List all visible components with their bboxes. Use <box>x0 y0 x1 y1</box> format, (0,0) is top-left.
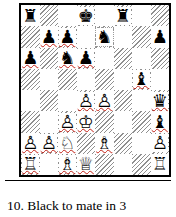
square-b1 <box>40 154 59 175</box>
square-e6 <box>95 48 114 69</box>
black-pawn-b7: ♟ <box>40 28 57 46</box>
square-f7 <box>114 26 133 47</box>
square-a8: ♜ <box>21 5 40 26</box>
square-c3: ♙ <box>58 111 77 132</box>
square-h5 <box>151 69 170 90</box>
square-g3 <box>132 111 151 132</box>
square-d7 <box>77 26 96 47</box>
square-d5 <box>77 69 96 90</box>
square-b8 <box>40 5 59 26</box>
white-pawn-h2: ♙ <box>151 134 168 152</box>
white-bishop-c1: ♗ <box>59 155 76 173</box>
square-b4 <box>40 90 59 111</box>
square-g5: ♝ <box>132 69 151 90</box>
square-c4 <box>58 90 77 111</box>
black-rook-a8: ♜ <box>22 7 39 25</box>
square-d2 <box>77 133 96 154</box>
square-g2 <box>132 133 151 154</box>
square-e2: ♗ <box>95 133 114 154</box>
square-g7 <box>132 26 151 47</box>
square-c6: ♞ <box>58 48 77 69</box>
square-d8: ♚ <box>77 5 96 26</box>
square-h7: ♟ <box>151 26 170 47</box>
square-f5 <box>114 69 133 90</box>
black-rook-f8: ♜ <box>114 7 131 25</box>
black-bishop-h3: ♝ <box>151 113 168 131</box>
white-king-d3: ♔ <box>77 113 94 131</box>
square-d3: ♔ <box>77 111 96 132</box>
square-h3: ♝ <box>151 111 170 132</box>
square-a7 <box>21 26 40 47</box>
black-pawn-h7: ♟ <box>151 28 168 46</box>
black-knight-c6: ♞ <box>59 49 76 67</box>
square-c1: ♗ <box>58 154 77 175</box>
square-c8 <box>58 5 77 26</box>
square-a5 <box>21 69 40 90</box>
square-d4: ♙ <box>77 90 96 111</box>
square-h1: ♖ <box>151 154 170 175</box>
square-e3 <box>95 111 114 132</box>
square-f4 <box>114 90 133 111</box>
square-f8: ♜ <box>114 5 133 26</box>
square-f6 <box>114 48 133 69</box>
square-d1: ♕ <box>77 154 96 175</box>
square-a1: ♖ <box>21 154 40 175</box>
board-bottom-rule <box>5 180 171 181</box>
white-pawn-e4: ♙ <box>96 92 113 110</box>
white-bishop-e2: ♗ <box>96 134 113 152</box>
black-king-d8: ♚ <box>77 7 94 25</box>
square-c7: ♟ <box>58 26 77 47</box>
square-g1 <box>132 154 151 175</box>
black-queen-h4: ♛ <box>151 92 168 110</box>
square-h8 <box>151 5 170 26</box>
square-e8 <box>95 5 114 26</box>
square-b7: ♟ <box>40 26 59 47</box>
black-pawn-a6: ♟ <box>22 49 39 67</box>
square-e4: ♙ <box>95 90 114 111</box>
white-rook-a1: ♖ <box>22 155 39 173</box>
black-bishop-g5: ♝ <box>133 70 150 88</box>
black-knight-e7: ♞ <box>96 28 113 46</box>
square-h2: ♙ <box>151 133 170 154</box>
white-queen-d1: ♕ <box>77 155 94 173</box>
puzzle-caption: 10. Black to mate in 3 <box>7 198 175 214</box>
white-pawn-a2: ♙ <box>22 134 39 152</box>
white-rook-h1: ♖ <box>151 155 168 173</box>
square-h4: ♛ <box>151 90 170 111</box>
square-a3 <box>21 111 40 132</box>
square-b3 <box>40 111 59 132</box>
square-e5 <box>95 69 114 90</box>
square-f3 <box>114 111 133 132</box>
square-f1 <box>114 154 133 175</box>
white-pawn-b2: ♙ <box>40 134 57 152</box>
square-b2: ♙ <box>40 133 59 154</box>
square-b6 <box>40 48 59 69</box>
square-h6 <box>151 48 170 69</box>
square-g4 <box>132 90 151 111</box>
square-g8 <box>132 5 151 26</box>
chess-board: ♜♚♜♟♟♞♟♟♞♟♝♙♙♛♙♔♝♙♙♘♗♙♖♗♕♖ <box>19 3 171 177</box>
black-pawn-d6: ♟ <box>77 49 94 67</box>
square-e1 <box>95 154 114 175</box>
white-pawn-c3: ♙ <box>59 113 76 131</box>
square-b5 <box>40 69 59 90</box>
black-pawn-c7: ♟ <box>59 28 76 46</box>
square-a6: ♟ <box>21 48 40 69</box>
square-c5 <box>58 69 77 90</box>
square-e7: ♞ <box>95 26 114 47</box>
white-knight-c2: ♘ <box>59 134 76 152</box>
square-f2 <box>114 133 133 154</box>
square-d6: ♟ <box>77 48 96 69</box>
square-a4 <box>21 90 40 111</box>
white-pawn-d4: ♙ <box>77 92 94 110</box>
square-g6 <box>132 48 151 69</box>
square-a2: ♙ <box>21 133 40 154</box>
square-c2: ♘ <box>58 133 77 154</box>
